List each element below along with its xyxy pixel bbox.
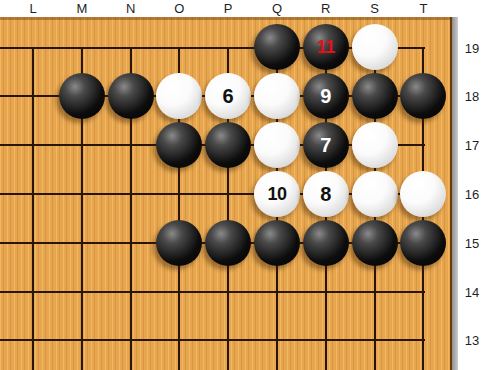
board-point-T18[interactable]	[399, 72, 448, 121]
board-point-T13[interactable]	[399, 316, 448, 365]
board-point-O15[interactable]	[155, 218, 204, 267]
board-point-S19[interactable]	[350, 23, 399, 72]
board-point-L17[interactable]	[9, 121, 58, 170]
stone-white	[352, 122, 398, 168]
board-point-P17[interactable]	[204, 121, 253, 170]
stone-black: 11	[303, 24, 349, 70]
stone-black	[400, 220, 446, 266]
stone-black	[108, 73, 154, 119]
board-point-R14[interactable]	[301, 267, 350, 316]
row-labels: 19181716151413	[458, 17, 488, 370]
board-point-Q14[interactable]	[253, 267, 302, 316]
board-point-S18[interactable]	[350, 72, 399, 121]
board-point-T19[interactable]	[399, 23, 448, 72]
row-label-13: 13	[465, 333, 479, 348]
board-point-L15[interactable]	[9, 218, 58, 267]
board-point-P18[interactable]: 6	[204, 72, 253, 121]
go-diagram: 11697108 LMNOPQRST 19181716151413	[0, 0, 488, 370]
stone-white: 8	[303, 171, 349, 217]
board-point-N17[interactable]	[106, 121, 155, 170]
board-point-Q13[interactable]	[253, 316, 302, 365]
move-number: 10	[267, 185, 286, 203]
column-label-L: L	[29, 1, 36, 16]
board-point-S13[interactable]	[350, 316, 399, 365]
stone-black	[205, 122, 251, 168]
board-point-M18[interactable]	[57, 72, 106, 121]
board-point-M15[interactable]	[57, 218, 106, 267]
stone-black	[205, 220, 251, 266]
column-label-N: N	[126, 1, 135, 16]
board-point-S15[interactable]	[350, 218, 399, 267]
board-point-R18[interactable]: 9	[301, 72, 350, 121]
board-point-T16[interactable]	[399, 169, 448, 218]
board-point-M14[interactable]	[57, 267, 106, 316]
row-label-19: 19	[465, 40, 479, 55]
board-point-T17[interactable]	[399, 121, 448, 170]
board-point-Q17[interactable]	[253, 121, 302, 170]
board-point-S14[interactable]	[350, 267, 399, 316]
board-point-L16[interactable]	[9, 169, 58, 218]
column-label-P: P	[224, 1, 233, 16]
stone-black: 9	[303, 73, 349, 119]
move-number: 6	[223, 86, 234, 106]
board-point-R19[interactable]: 11	[301, 23, 350, 72]
stone-white	[352, 24, 398, 70]
board-point-P19[interactable]	[204, 23, 253, 72]
board-point-T15[interactable]	[399, 218, 448, 267]
move-number: 7	[320, 135, 331, 155]
stone-white: 6	[205, 73, 251, 119]
stone-white	[156, 73, 202, 119]
row-label-14: 14	[465, 284, 479, 299]
board-points: 11697108	[9, 23, 448, 365]
stone-black	[352, 73, 398, 119]
stone-black	[303, 220, 349, 266]
stone-white	[400, 171, 446, 217]
move-number: 11	[317, 38, 335, 56]
board-point-M13[interactable]	[57, 316, 106, 365]
column-label-S: S	[370, 1, 379, 16]
board-point-L14[interactable]	[9, 267, 58, 316]
board-point-M16[interactable]	[57, 169, 106, 218]
stone-black	[254, 220, 300, 266]
stone-black	[156, 122, 202, 168]
move-number: 8	[320, 184, 331, 204]
board-point-O18[interactable]	[155, 72, 204, 121]
go-board: 11697108	[0, 17, 452, 370]
board-point-L18[interactable]	[9, 72, 58, 121]
board-point-S16[interactable]	[350, 169, 399, 218]
board-point-R15[interactable]	[301, 218, 350, 267]
board-point-R16[interactable]: 8	[301, 169, 350, 218]
board-point-O19[interactable]	[155, 23, 204, 72]
board-point-N15[interactable]	[106, 218, 155, 267]
stone-white	[254, 73, 300, 119]
board-point-Q18[interactable]	[253, 72, 302, 121]
board-point-M19[interactable]	[57, 23, 106, 72]
board-point-L19[interactable]	[9, 23, 58, 72]
row-label-16: 16	[465, 186, 479, 201]
board-point-R13[interactable]	[301, 316, 350, 365]
board-point-N19[interactable]	[106, 23, 155, 72]
stone-black	[59, 73, 105, 119]
board-point-O13[interactable]	[155, 316, 204, 365]
column-label-R: R	[321, 1, 330, 16]
board-point-N16[interactable]	[106, 169, 155, 218]
column-label-Q: Q	[272, 1, 282, 16]
board-point-P13[interactable]	[204, 316, 253, 365]
board-point-O17[interactable]	[155, 121, 204, 170]
board-point-O14[interactable]	[155, 267, 204, 316]
stone-white	[352, 171, 398, 217]
board-point-N14[interactable]	[106, 267, 155, 316]
board-point-P15[interactable]	[204, 218, 253, 267]
stone-white: 10	[254, 171, 300, 217]
board-point-Q15[interactable]	[253, 218, 302, 267]
stone-black	[254, 24, 300, 70]
stone-black	[352, 220, 398, 266]
board-point-N18[interactable]	[106, 72, 155, 121]
row-label-18: 18	[465, 89, 479, 104]
column-label-T: T	[419, 1, 427, 16]
board-point-S17[interactable]	[350, 121, 399, 170]
stone-white	[254, 122, 300, 168]
column-label-O: O	[174, 1, 184, 16]
board-point-Q16[interactable]: 10	[253, 169, 302, 218]
stone-black: 7	[303, 122, 349, 168]
stone-black	[156, 220, 202, 266]
board-point-O16[interactable]	[155, 169, 204, 218]
board-point-T14[interactable]	[399, 267, 448, 316]
row-label-15: 15	[465, 235, 479, 250]
board-point-Q19[interactable]	[253, 23, 302, 72]
board-point-P16[interactable]	[204, 169, 253, 218]
stone-black	[400, 73, 446, 119]
board-point-R17[interactable]: 7	[301, 121, 350, 170]
column-label-M: M	[76, 1, 87, 16]
row-label-17: 17	[465, 138, 479, 153]
move-number: 9	[320, 86, 331, 106]
board-point-N13[interactable]	[106, 316, 155, 365]
board-point-M17[interactable]	[57, 121, 106, 170]
column-labels: LMNOPQRST	[0, 0, 488, 17]
board-point-P14[interactable]	[204, 267, 253, 316]
board-point-L13[interactable]	[9, 316, 58, 365]
